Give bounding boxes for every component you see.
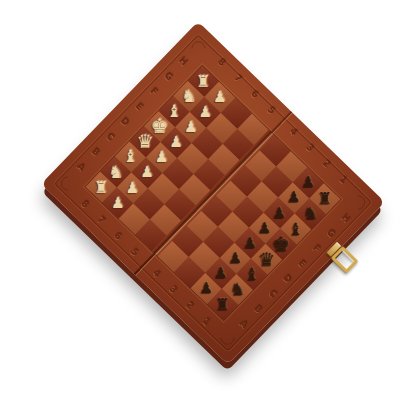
dark-rook[interactable]: ♜ <box>211 294 234 315</box>
board-square[interactable]: ♜ <box>207 289 238 320</box>
light-pawn[interactable]: ♟ <box>106 193 129 214</box>
chess-case: ♜♟♞♟♝♟♚♟♛♟♝♟♞♟♜♟ ♟♜♟♞♟♝♟♚♟♛♟♝♟♞♟♜ 876543… <box>41 21 385 364</box>
coordinate-label: 5 <box>260 99 283 122</box>
coordinate-label: A <box>232 313 254 335</box>
coordinate-label: A <box>70 156 92 178</box>
brass-clasp <box>326 242 357 273</box>
coordinate-label: 5 <box>123 240 146 263</box>
